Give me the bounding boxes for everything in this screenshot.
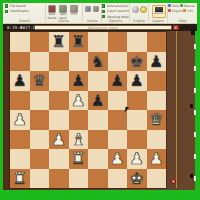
- checkbox-label: Auto analysis: [107, 4, 128, 8]
- status-strip: 0:19:08 0:17:08 Waiting for input ×: [3, 24, 197, 31]
- app-window: Flip board Coordinates Board New Game Ta…: [0, 0, 200, 200]
- square-d1[interactable]: [69, 169, 89, 189]
- status-message-bar: Waiting for input: [34, 25, 172, 30]
- info-icon[interactable]: [183, 9, 186, 12]
- square-g8[interactable]: [127, 32, 147, 52]
- checkbox-icon: [5, 10, 8, 13]
- square-h6[interactable]: [147, 71, 167, 91]
- hint-button[interactable]: Hint: [69, 5, 79, 17]
- take-back-icon: [59, 5, 67, 13]
- new-game-button[interactable]: New Game: [47, 5, 57, 20]
- square-a2[interactable]: [10, 149, 30, 169]
- piece-black-rook[interactable]: ♜: [69, 32, 89, 52]
- ribbon-group-help: Help Manual Engine Info Help: [168, 3, 197, 23]
- edge-mark: [191, 29, 195, 35]
- square-d6[interactable]: ♟: [69, 71, 89, 91]
- square-e5[interactable]: ♟: [88, 91, 108, 111]
- square-e3[interactable]: [88, 130, 108, 150]
- square-a8[interactable]: [10, 32, 30, 52]
- piece-black-pawn[interactable]: ♟: [127, 71, 147, 91]
- take-back-button[interactable]: Take back: [58, 5, 68, 20]
- level-icon[interactable]: [85, 6, 91, 12]
- square-c7[interactable]: [49, 52, 69, 72]
- square-f3[interactable]: [108, 130, 128, 150]
- group-caption: Board: [5, 19, 44, 23]
- square-h1[interactable]: [147, 169, 167, 189]
- checkbox-label: Coordinates: [10, 9, 29, 13]
- square-d5[interactable]: ♟: [69, 91, 89, 111]
- engine-help-label: Engine: [172, 9, 182, 13]
- engine-indicator-dot[interactable]: [171, 179, 177, 185]
- square-d7[interactable]: [69, 52, 89, 72]
- piece-white-pawn[interactable]: ♟: [127, 149, 147, 169]
- square-b2[interactable]: [30, 149, 50, 169]
- square-e4[interactable]: [88, 110, 108, 130]
- square-d3[interactable]: ♝: [69, 130, 89, 150]
- board-frame: ♜♜♞♚♟♟♛♟♟♟♟♟♟♛♟♝♜♟♟♟♜♚: [3, 31, 195, 190]
- square-h4[interactable]: ♛: [147, 110, 167, 130]
- group-caption: Help: [168, 19, 197, 23]
- piece-white-pawn[interactable]: ♟: [49, 130, 69, 150]
- piece-white-queen[interactable]: ♛: [147, 110, 167, 130]
- checkbox-coordinates[interactable]: Coordinates: [5, 9, 44, 14]
- square-b3[interactable]: [30, 130, 50, 150]
- square-h3[interactable]: [147, 130, 167, 150]
- square-b5[interactable]: [30, 91, 50, 111]
- square-a7[interactable]: [10, 52, 30, 72]
- piece-white-bishop[interactable]: ♝: [69, 130, 89, 150]
- square-g1[interactable]: ♚: [127, 169, 147, 189]
- right-edge-dashes: [194, 44, 197, 184]
- square-b7[interactable]: [30, 52, 50, 72]
- piece-black-pawn[interactable]: ♟: [88, 91, 108, 111]
- group-caption: Layout: [149, 19, 167, 23]
- checkbox-icon: [102, 10, 105, 13]
- piece-white-pawn[interactable]: ♟: [147, 149, 167, 169]
- checkbox-coach[interactable]: Coach watching: [102, 9, 129, 14]
- piece-white-rook[interactable]: ♜: [10, 169, 30, 189]
- square-b8[interactable]: [30, 32, 50, 52]
- square-d8[interactable]: ♜: [69, 32, 89, 52]
- square-g2[interactable]: ♟: [127, 149, 147, 169]
- square-f5[interactable]: [108, 91, 128, 111]
- engine-help-icon[interactable]: [168, 9, 171, 12]
- square-c2[interactable]: [49, 149, 69, 169]
- square-g5[interactable]: [127, 91, 147, 111]
- new-game-icon: [48, 5, 56, 13]
- ribbon-group-levels: Levels: [83, 3, 101, 23]
- square-c3[interactable]: ♟: [49, 130, 69, 150]
- button-label: Hint: [69, 13, 79, 16]
- square-e6[interactable]: [88, 71, 108, 91]
- piece-black-king[interactable]: ♚: [127, 52, 147, 72]
- piece-black-queen[interactable]: ♛: [30, 71, 50, 91]
- piece-white-pawn[interactable]: ♟: [69, 91, 89, 111]
- group-caption: Options: [102, 19, 129, 23]
- piece-white-rook[interactable]: ♜: [69, 149, 89, 169]
- square-b4[interactable]: [30, 110, 50, 130]
- ribbon-group-engine: Engine: [130, 3, 148, 23]
- button-label: Layout: [153, 12, 165, 15]
- square-c8[interactable]: ♜: [49, 32, 69, 52]
- square-c6[interactable]: [49, 71, 69, 91]
- square-h2[interactable]: ♟: [147, 149, 167, 169]
- group-caption: Game: [46, 19, 81, 23]
- piece-black-pawn[interactable]: ♟: [147, 52, 167, 72]
- info-label: Info: [187, 9, 193, 13]
- square-e2[interactable]: [88, 149, 108, 169]
- square-f1[interactable]: [108, 169, 128, 189]
- group-caption: Engine: [130, 19, 148, 23]
- help-icon[interactable]: [168, 4, 171, 7]
- square-a3[interactable]: [10, 130, 30, 150]
- frame-pinstripe: [176, 31, 177, 188]
- square-g7[interactable]: ♚: [127, 52, 147, 72]
- checkbox-flip-board[interactable]: Flip board: [5, 4, 44, 9]
- square-h5[interactable]: [147, 91, 167, 111]
- piece-black-knight[interactable]: ♞: [88, 52, 108, 72]
- checkbox-icon: [102, 4, 105, 7]
- layout-button-selected[interactable]: Layout: [152, 5, 166, 18]
- checkbox-label: Coach watching: [107, 9, 129, 13]
- square-c5[interactable]: [49, 91, 69, 111]
- square-c4[interactable]: [49, 110, 69, 130]
- piece-black-pawn[interactable]: ♟: [10, 71, 30, 91]
- manual-icon[interactable]: [180, 4, 183, 7]
- square-f7[interactable]: [108, 52, 128, 72]
- square-b6[interactable]: ♛: [30, 71, 50, 91]
- engine-sphere-icon[interactable]: [132, 6, 139, 13]
- manual-label: Manual: [184, 4, 195, 8]
- level-icon[interactable]: [93, 6, 99, 12]
- square-c1[interactable]: [49, 169, 69, 189]
- piece-black-rook[interactable]: ♜: [49, 32, 69, 52]
- square-b1[interactable]: [30, 169, 50, 189]
- ribbon-group-board: Flip board Coordinates Board: [5, 3, 44, 23]
- checkbox-auto-analysis[interactable]: Auto analysis: [102, 4, 129, 9]
- square-d2[interactable]: ♜: [69, 149, 89, 169]
- help-label: Help: [172, 4, 179, 8]
- square-a4[interactable]: ♟: [10, 110, 30, 130]
- close-button[interactable]: ×: [173, 25, 179, 31]
- square-e8[interactable]: [88, 32, 108, 52]
- ribbon-group-game: New Game Take back Hint Game: [46, 3, 81, 23]
- square-f8[interactable]: [108, 32, 128, 52]
- square-f6[interactable]: ♟: [108, 71, 128, 91]
- checkbox-label: Flip board: [10, 4, 26, 8]
- piece-white-pawn[interactable]: ♟: [10, 110, 30, 130]
- square-d4[interactable]: [69, 110, 89, 130]
- edge-mark: [190, 104, 194, 108]
- engine-yellow-icon[interactable]: [140, 6, 147, 13]
- checkbox-icon: [5, 4, 8, 7]
- square-a5[interactable]: [10, 91, 30, 111]
- edge-mark: [190, 174, 194, 178]
- square-e1[interactable]: [88, 169, 108, 189]
- ribbon-group-layout: Layout Layout: [149, 3, 167, 23]
- square-h7[interactable]: ♟: [147, 52, 167, 72]
- square-a1[interactable]: ♜: [10, 169, 30, 189]
- piece-black-pawn[interactable]: ♟: [108, 71, 128, 91]
- chess-board: ♜♜♞♚♟♟♛♟♟♟♟♟♟♛♟♝♜♟♟♟♜♚: [10, 32, 166, 188]
- piece-white-pawn[interactable]: ♟: [108, 149, 128, 169]
- square-a6[interactable]: ♟: [10, 71, 30, 91]
- square-h8[interactable]: [147, 32, 167, 52]
- square-g4[interactable]: [127, 110, 147, 130]
- square-g6[interactable]: ♟: [127, 71, 147, 91]
- square-e7[interactable]: ♞: [88, 52, 108, 72]
- piece-white-king[interactable]: ♚: [127, 169, 147, 189]
- square-f2[interactable]: ♟: [108, 149, 128, 169]
- piece-black-pawn[interactable]: ♟: [69, 71, 89, 91]
- hint-icon: [70, 5, 78, 13]
- square-g3[interactable]: [127, 130, 147, 150]
- square-f4[interactable]: [108, 110, 128, 130]
- ribbon-group-options: Auto analysis Coach watching Opening boo…: [102, 3, 129, 23]
- group-caption: Levels: [83, 19, 101, 23]
- ribbon-toolbar: Flip board Coordinates Board New Game Ta…: [3, 3, 197, 24]
